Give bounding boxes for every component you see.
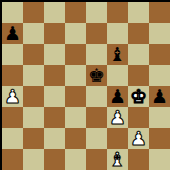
square-d6[interactable] (65, 44, 86, 65)
board-grid: ♟♝♚♟♟♚♟♟♟♝ (2, 2, 170, 170)
black-bishop[interactable]: ♝ (109, 44, 126, 65)
black-pawn[interactable]: ♟ (4, 23, 21, 44)
square-d7[interactable] (65, 23, 86, 44)
square-b4[interactable] (23, 86, 44, 107)
square-e3[interactable] (86, 107, 107, 128)
square-d8[interactable] (65, 2, 86, 23)
square-e2[interactable] (86, 128, 107, 149)
square-c4[interactable] (44, 86, 65, 107)
square-e6[interactable] (86, 44, 107, 65)
square-h8[interactable] (149, 2, 170, 23)
square-b7[interactable] (23, 23, 44, 44)
square-f2[interactable] (107, 128, 128, 149)
square-c8[interactable] (44, 2, 65, 23)
square-b1[interactable] (23, 149, 44, 170)
square-b2[interactable] (23, 128, 44, 149)
square-h6[interactable] (149, 44, 170, 65)
square-e7[interactable] (86, 23, 107, 44)
square-h5[interactable] (149, 65, 170, 86)
square-d5[interactable] (65, 65, 86, 86)
square-a7[interactable]: ♟ (2, 23, 23, 44)
white-king[interactable]: ♚ (130, 86, 147, 107)
square-h4[interactable]: ♟ (149, 86, 170, 107)
square-d3[interactable] (65, 107, 86, 128)
square-f3[interactable]: ♟ (107, 107, 128, 128)
square-b5[interactable] (23, 65, 44, 86)
square-d2[interactable] (65, 128, 86, 149)
square-c2[interactable] (44, 128, 65, 149)
square-f8[interactable] (107, 2, 128, 23)
square-a3[interactable] (2, 107, 23, 128)
square-f6[interactable]: ♝ (107, 44, 128, 65)
square-f7[interactable] (107, 23, 128, 44)
square-h1[interactable] (149, 149, 170, 170)
square-g2[interactable]: ♟ (128, 128, 149, 149)
square-a6[interactable] (2, 44, 23, 65)
square-b8[interactable] (23, 2, 44, 23)
square-g8[interactable] (128, 2, 149, 23)
square-d4[interactable] (65, 86, 86, 107)
white-pawn[interactable]: ♟ (109, 107, 126, 128)
square-a2[interactable] (2, 128, 23, 149)
square-h3[interactable] (149, 107, 170, 128)
black-pawn[interactable]: ♟ (109, 86, 126, 107)
square-g4[interactable]: ♚ (128, 86, 149, 107)
square-g5[interactable] (128, 65, 149, 86)
square-c1[interactable] (44, 149, 65, 170)
square-a8[interactable] (2, 2, 23, 23)
square-g1[interactable] (128, 149, 149, 170)
square-d1[interactable] (65, 149, 86, 170)
square-b3[interactable] (23, 107, 44, 128)
white-pawn[interactable]: ♟ (130, 128, 147, 149)
square-c5[interactable] (44, 65, 65, 86)
square-e5[interactable]: ♚ (86, 65, 107, 86)
square-e8[interactable] (86, 2, 107, 23)
square-c7[interactable] (44, 23, 65, 44)
square-a4[interactable]: ♟ (2, 86, 23, 107)
square-e4[interactable] (86, 86, 107, 107)
chess-board: ♟♝♚♟♟♚♟♟♟♝ (0, 0, 170, 170)
square-h2[interactable] (149, 128, 170, 149)
square-b6[interactable] (23, 44, 44, 65)
square-e1[interactable] (86, 149, 107, 170)
square-g7[interactable] (128, 23, 149, 44)
black-king[interactable]: ♚ (88, 65, 105, 86)
white-pawn[interactable]: ♟ (4, 86, 21, 107)
square-f1[interactable]: ♝ (107, 149, 128, 170)
square-h7[interactable] (149, 23, 170, 44)
square-g3[interactable] (128, 107, 149, 128)
black-pawn[interactable]: ♟ (151, 86, 168, 107)
square-g6[interactable] (128, 44, 149, 65)
white-bishop[interactable]: ♝ (109, 149, 126, 170)
square-a5[interactable] (2, 65, 23, 86)
square-a1[interactable] (2, 149, 23, 170)
square-f5[interactable] (107, 65, 128, 86)
square-c6[interactable] (44, 44, 65, 65)
square-f4[interactable]: ♟ (107, 86, 128, 107)
square-c3[interactable] (44, 107, 65, 128)
